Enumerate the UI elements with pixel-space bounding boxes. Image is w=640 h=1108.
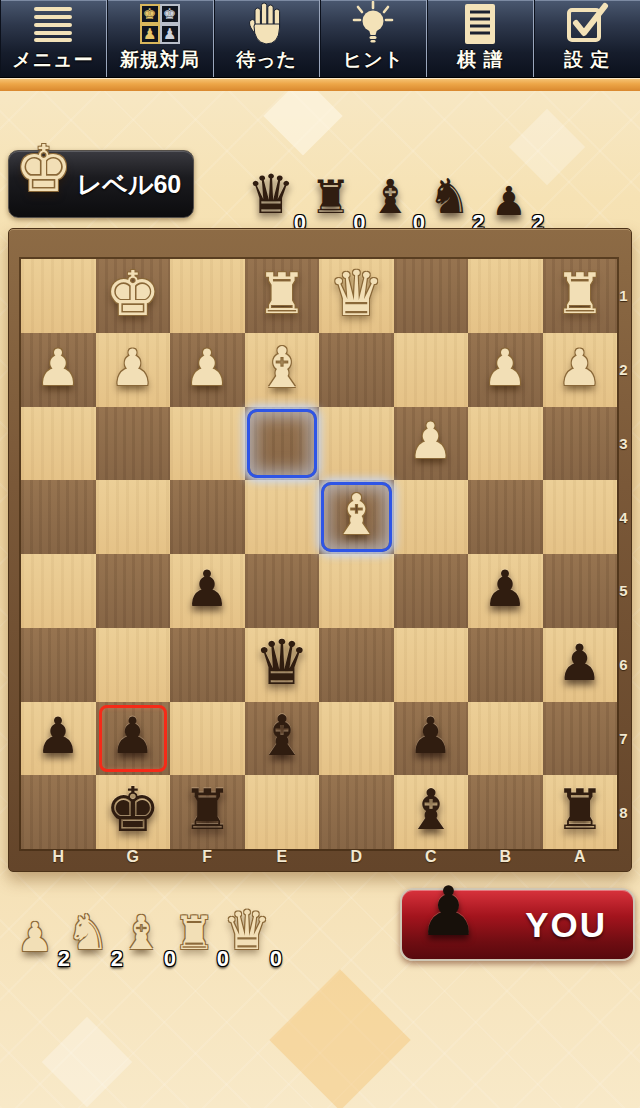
captured-black-pieces-tray: ♛0♜0♝0♞2♟2 [246,146,534,220]
white-rook-icon: ♜ [173,912,214,956]
rank-label-5: 5 [616,554,631,628]
square-g4[interactable] [96,480,171,554]
menu-label: メニュー [12,47,93,73]
square-c8[interactable]: ♝ [394,775,469,849]
white-pawn-g2: ♟ [96,343,171,393]
square-g1[interactable]: ♚ [96,259,171,333]
blue-highlight-e3 [247,409,318,479]
white-pawn-h2: ♟ [21,343,96,393]
black-knight-icon: ♞ [428,174,471,220]
menu-icon [30,1,76,47]
square-a5[interactable] [543,554,618,628]
square-e2[interactable]: ♝ [245,333,320,407]
undo-button[interactable]: 待った [213,0,320,77]
black-king-g8: ♚ [96,779,171,841]
hint-label: ヒント [343,47,404,73]
square-b2[interactable]: ♟ [468,333,543,407]
square-d4[interactable]: ♝ [319,480,394,554]
square-b4[interactable] [468,480,543,554]
black-bishop-c8: ♝ [394,782,469,838]
background-diamond [269,969,410,1108]
black-pawn-g7: ♟ [96,711,171,761]
square-a2[interactable]: ♟ [543,333,618,407]
square-g5[interactable] [96,554,171,628]
square-h2[interactable]: ♟ [21,333,96,407]
rank-labels: 12345678 [616,259,631,849]
captured-white-bishop: ♝0 [116,882,166,956]
square-f7[interactable] [170,702,245,776]
black-pawn-h7: ♟ [21,711,96,761]
rank-label-6: 6 [616,628,631,702]
square-b6[interactable] [468,628,543,702]
record-label: 棋 譜 [457,47,503,73]
file-label-B: B [468,848,543,869]
toolbar-accent-strip [0,78,640,91]
square-b3[interactable] [468,407,543,481]
rank-label-8: 8 [616,775,631,849]
captured-count-white-queen: 0 [270,946,282,972]
captured-black-queen: ♛0 [246,146,296,220]
lightbulb-icon [349,1,397,47]
square-h3[interactable] [21,407,96,481]
undo-label: 待った [236,47,297,73]
square-a8[interactable]: ♜ [543,775,618,849]
white-king-g1: ♚ [96,262,171,324]
square-a1[interactable]: ♜ [543,259,618,333]
player-label: YOU [525,890,607,959]
square-d1[interactable]: ♛ [319,259,394,333]
cpu-level-label: レベル60 [71,151,187,217]
captured-white-pieces-tray: ♟2♞2♝0♜0♛0 [10,882,272,956]
square-f1[interactable] [170,259,245,333]
player-badge: ♟ YOU [400,888,635,961]
captured-white-knight: ♞2 [63,882,113,956]
captured-black-rook: ♜0 [306,146,356,220]
white-queen-d1: ♛ [319,262,394,324]
square-e3[interactable] [245,407,320,481]
cpu-level-badge: ♚ レベル60 [8,150,194,218]
menu-button[interactable]: メニュー [0,0,106,77]
square-g2[interactable]: ♟ [96,333,171,407]
square-c7[interactable]: ♟ [394,702,469,776]
black-pawn-a6: ♟ [543,638,618,688]
file-label-E: E [245,848,320,869]
square-d3[interactable] [319,407,394,481]
chess-board: ♚♜♛♜♟♟♟♝♟♟♟♝♟♟♛♟♟♟♝♟♚♜♝♜ 12345678 HGFEDC… [8,228,632,872]
white-pawn-c3: ♟ [394,416,469,466]
square-h6[interactable] [21,628,96,702]
rank-label-2: 2 [616,333,631,407]
square-d2[interactable] [319,333,394,407]
white-rook-e1: ♜ [245,266,320,322]
black-queen-e6: ♛ [245,631,320,693]
square-c6[interactable] [394,628,469,702]
new-game-icon: ♚ ♚ ♟ ♟ [140,1,180,47]
captured-white-rook: ♜0 [169,882,219,956]
black-bishop-e7: ♝ [245,708,320,764]
square-c3[interactable]: ♟ [394,407,469,481]
white-king-icon: ♚ [15,137,72,201]
hint-button[interactable]: ヒント [319,0,426,77]
square-e7[interactable]: ♝ [245,702,320,776]
square-a7[interactable] [543,702,618,776]
square-c1[interactable] [394,259,469,333]
black-rook-f8: ♜ [170,782,245,838]
black-rook-icon: ♜ [310,176,351,220]
square-c4[interactable] [394,480,469,554]
captured-black-pawn: ♟2 [484,146,534,220]
square-f5[interactable]: ♟ [170,554,245,628]
square-e5[interactable] [245,554,320,628]
black-bishop-icon: ♝ [369,175,411,220]
rank-label-1: 1 [616,259,631,333]
settings-label: 設 定 [564,47,610,73]
square-a3[interactable] [543,407,618,481]
square-d5[interactable] [319,554,394,628]
rank-label-7: 7 [616,702,631,776]
square-e1[interactable]: ♜ [245,259,320,333]
black-queen-icon: ♛ [247,169,295,220]
square-b8[interactable] [468,775,543,849]
black-pawn-c7: ♟ [394,711,469,761]
rank-label-3: 3 [616,407,631,481]
square-e6[interactable]: ♛ [245,628,320,702]
square-e4[interactable] [245,480,320,554]
square-a4[interactable] [543,480,618,554]
file-label-C: C [394,848,469,869]
white-bishop-e2: ♝ [245,339,320,395]
square-h4[interactable] [21,480,96,554]
white-knight-icon: ♞ [66,910,109,956]
new-game-label: 新規対局 [120,47,200,73]
record-button[interactable]: 棋 譜 [426,0,533,77]
square-e8[interactable] [245,775,320,849]
square-f2[interactable]: ♟ [170,333,245,407]
square-c5[interactable] [394,554,469,628]
file-labels: HGFEDCBA [21,848,617,869]
square-h7[interactable]: ♟ [21,702,96,776]
new-game-button[interactable]: ♚ ♚ ♟ ♟ 新規対局 [106,0,213,77]
square-g7[interactable]: ♟ [96,702,171,776]
square-g6[interactable] [96,628,171,702]
square-a6[interactable]: ♟ [543,628,618,702]
board-grid: ♚♜♛♜♟♟♟♝♟♟♟♝♟♟♛♟♟♟♝♟♚♜♝♜ [21,259,617,849]
captured-black-knight: ♞2 [425,146,475,220]
file-label-D: D [319,848,394,869]
square-h1[interactable] [21,259,96,333]
black-pawn-icon: ♟ [491,182,527,220]
file-label-F: F [170,848,245,869]
toolbar: メニュー ♚ ♚ ♟ ♟ 新規対局 [0,0,640,78]
white-pawn-a2: ♟ [543,343,618,393]
white-bishop-icon: ♝ [120,911,162,956]
square-h5[interactable] [21,554,96,628]
square-f8[interactable]: ♜ [170,775,245,849]
square-c2[interactable] [394,333,469,407]
black-pawn-b5: ♟ [468,564,543,614]
square-b7[interactable] [468,702,543,776]
white-bishop-d4: ♝ [319,487,394,543]
file-label-G: G [96,848,171,869]
white-pawn-f2: ♟ [170,343,245,393]
chess-app-screen: メニュー ♚ ♚ ♟ ♟ 新規対局 [0,0,640,1108]
settings-icon [565,1,609,47]
black-pawn-f5: ♟ [170,564,245,614]
file-label-H: H [21,848,96,869]
black-rook-a8: ♜ [543,782,618,838]
record-icon [462,1,498,47]
black-pawn-icon: ♟ [418,878,479,946]
white-pawn-b2: ♟ [468,343,543,393]
background-diamond [42,1017,133,1108]
captured-white-queen: ♛0 [222,882,272,956]
square-f4[interactable] [170,480,245,554]
square-f6[interactable] [170,628,245,702]
square-h8[interactable] [21,775,96,849]
captured-black-bishop: ♝0 [365,146,415,220]
square-b5[interactable]: ♟ [468,554,543,628]
square-g3[interactable] [96,407,171,481]
hand-icon [246,1,288,47]
file-label-A: A [543,848,618,869]
square-d7[interactable] [319,702,394,776]
white-rook-a1: ♜ [543,266,618,322]
settings-button[interactable]: 設 定 [533,0,640,77]
captured-white-pawn: ♟2 [10,882,60,956]
square-d6[interactable] [319,628,394,702]
square-f3[interactable] [170,407,245,481]
square-g8[interactable]: ♚ [96,775,171,849]
white-pawn-icon: ♟ [17,918,53,956]
square-b1[interactable] [468,259,543,333]
white-queen-icon: ♛ [223,905,271,956]
rank-label-4: 4 [616,480,631,554]
square-d8[interactable] [319,775,394,849]
